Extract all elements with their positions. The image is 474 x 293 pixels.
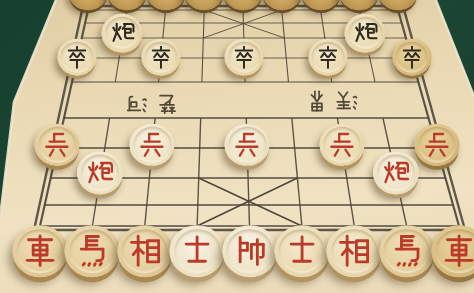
red-horse[interactable]	[65, 225, 120, 277]
red-elephant[interactable]	[117, 225, 172, 277]
red-soldier[interactable]	[225, 124, 270, 166]
red-soldier[interactable]	[35, 124, 80, 166]
red-horse[interactable]	[379, 225, 434, 277]
river-label-right	[306, 90, 359, 113]
red-advisor[interactable]	[274, 225, 329, 277]
red-cannon[interactable]	[77, 151, 123, 194]
river-label-left	[126, 93, 179, 116]
black-soldier[interactable]	[392, 39, 431, 76]
red-soldier[interactable]	[130, 124, 175, 166]
black-soldier[interactable]	[309, 39, 348, 76]
black-cannon[interactable]	[102, 14, 143, 53]
red-soldier[interactable]	[414, 124, 459, 166]
black-cannon[interactable]	[345, 14, 386, 53]
red-soldier[interactable]	[320, 124, 365, 166]
black-soldier[interactable]	[225, 39, 264, 76]
red-elephant[interactable]	[327, 225, 382, 277]
red-chariot[interactable]	[13, 225, 68, 277]
red-general[interactable]	[222, 225, 277, 277]
table-surface	[0, 0, 474, 293]
red-advisor[interactable]	[170, 225, 225, 277]
red-cannon[interactable]	[373, 151, 419, 194]
black-soldier[interactable]	[141, 39, 180, 76]
black-soldier[interactable]	[58, 39, 97, 76]
